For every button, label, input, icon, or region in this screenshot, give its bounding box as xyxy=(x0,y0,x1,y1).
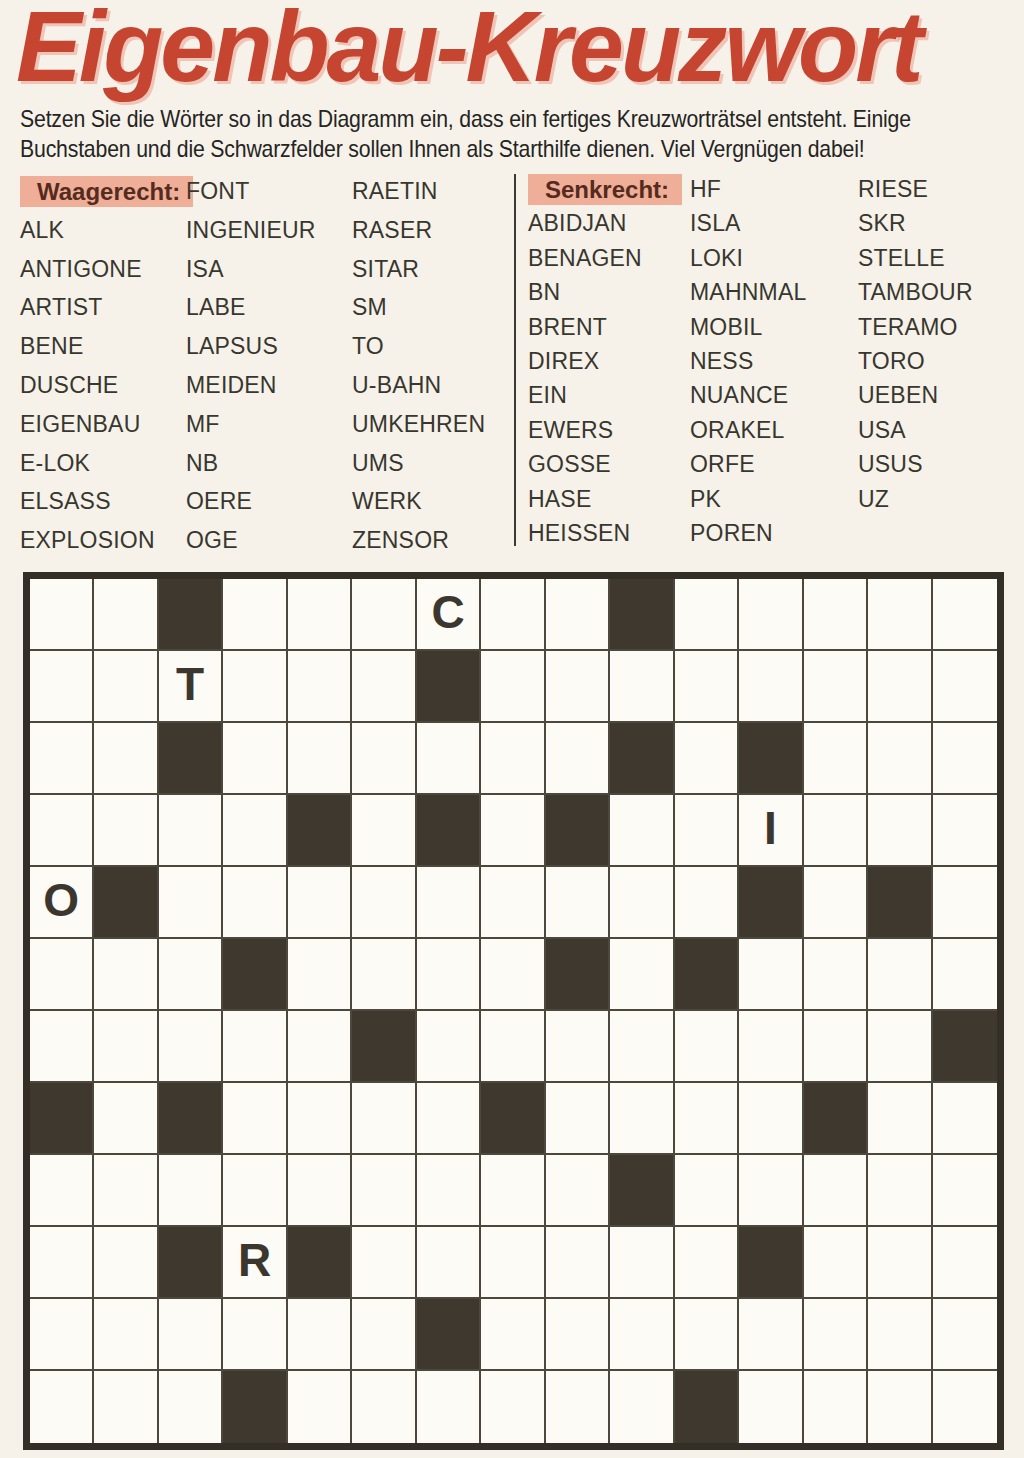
list-section-divider xyxy=(514,174,516,546)
empty-cell[interactable] xyxy=(94,579,158,651)
empty-cell[interactable] xyxy=(868,1083,932,1155)
word-item: TAMBOUR xyxy=(858,275,1020,309)
empty-cell[interactable] xyxy=(675,723,739,795)
black-cell xyxy=(739,1227,803,1299)
empty-cell[interactable] xyxy=(675,1083,739,1155)
given-letter: O xyxy=(43,873,79,927)
empty-cell[interactable] xyxy=(223,1155,287,1227)
empty-cell[interactable] xyxy=(159,1299,223,1371)
word-item: WERK xyxy=(352,482,514,521)
empty-cell[interactable] xyxy=(30,723,94,795)
word-item: BENAGEN xyxy=(528,241,690,275)
black-cell xyxy=(739,723,803,795)
empty-cell[interactable] xyxy=(546,1299,610,1371)
empty-cell[interactable] xyxy=(417,1155,481,1227)
empty-cell[interactable] xyxy=(417,939,481,1011)
empty-cell[interactable] xyxy=(30,939,94,1011)
given-letter: C xyxy=(431,585,464,639)
word-item: OERE xyxy=(186,482,348,521)
empty-cell[interactable] xyxy=(610,795,674,867)
empty-cell[interactable] xyxy=(610,1371,674,1443)
word-item: RAETIN xyxy=(352,172,514,211)
empty-cell[interactable] xyxy=(610,651,674,723)
black-cell xyxy=(159,579,223,651)
crossword-grid: CTIOR xyxy=(23,572,1004,1450)
empty-cell[interactable] xyxy=(546,1083,610,1155)
empty-cell[interactable] xyxy=(223,1011,287,1083)
empty-cell[interactable] xyxy=(546,867,610,939)
empty-cell[interactable] xyxy=(288,1011,352,1083)
black-cell xyxy=(481,1083,545,1155)
across-column-2: FONTINGENIEURISALABELAPSUSMEIDENMFNBOERE… xyxy=(186,172,348,560)
empty-cell[interactable] xyxy=(352,1083,416,1155)
given-letter-cell[interactable]: R xyxy=(223,1227,287,1299)
empty-cell[interactable] xyxy=(804,579,868,651)
down-column-2: HFISLALOKIMAHNMALMOBILNESSNUANCEORAKELOR… xyxy=(690,172,852,550)
empty-cell[interactable] xyxy=(481,1227,545,1299)
empty-cell[interactable] xyxy=(30,1227,94,1299)
given-letter-cell[interactable]: T xyxy=(159,651,223,723)
empty-cell[interactable] xyxy=(868,1227,932,1299)
word-item: LOKI xyxy=(690,241,852,275)
empty-cell[interactable] xyxy=(30,1011,94,1083)
word-item: NUANCE xyxy=(690,378,852,412)
given-letter: I xyxy=(764,801,777,855)
empty-cell[interactable] xyxy=(868,939,932,1011)
empty-cell[interactable] xyxy=(804,1371,868,1443)
empty-cell[interactable] xyxy=(288,939,352,1011)
black-cell xyxy=(159,723,223,795)
black-cell xyxy=(417,795,481,867)
empty-cell[interactable] xyxy=(481,651,545,723)
empty-cell[interactable] xyxy=(352,867,416,939)
word-item: UZ xyxy=(858,482,1020,516)
empty-cell[interactable] xyxy=(868,651,932,723)
word-item: ZENSOR xyxy=(352,521,514,560)
empty-cell[interactable] xyxy=(804,1155,868,1227)
empty-cell[interactable] xyxy=(675,651,739,723)
page-title: Eigenbau-Kreuzwort xyxy=(16,0,920,98)
black-cell xyxy=(804,1083,868,1155)
empty-cell[interactable] xyxy=(94,939,158,1011)
empty-cell[interactable] xyxy=(933,939,997,1011)
word-item: BN xyxy=(528,275,690,309)
across-column-1: Waagerecht: ALKANTIGONEARTISTBENEDUSCHEE… xyxy=(20,172,182,560)
word-item: SITAR xyxy=(352,250,514,289)
word-item: LABE xyxy=(186,288,348,327)
word-list-column: FONTINGENIEURISALABELAPSUSMEIDENMFNBOERE… xyxy=(186,172,348,560)
empty-cell[interactable] xyxy=(223,723,287,795)
empty-cell[interactable] xyxy=(675,1011,739,1083)
empty-cell[interactable] xyxy=(417,723,481,795)
empty-cell[interactable] xyxy=(288,651,352,723)
empty-cell[interactable] xyxy=(288,867,352,939)
empty-cell[interactable] xyxy=(675,1227,739,1299)
black-cell xyxy=(288,1227,352,1299)
empty-cell[interactable] xyxy=(675,1299,739,1371)
empty-cell[interactable] xyxy=(481,1371,545,1443)
word-item: ANTIGONE xyxy=(20,250,182,289)
down-column-1: Senkrecht: ABIDJANBENAGENBNBRENTDIREXEIN… xyxy=(528,172,690,550)
empty-cell[interactable] xyxy=(546,651,610,723)
word-item: TORO xyxy=(858,344,1020,378)
word-item: ALK xyxy=(20,211,182,250)
empty-cell[interactable] xyxy=(417,1371,481,1443)
empty-cell[interactable] xyxy=(546,1371,610,1443)
empty-cell[interactable] xyxy=(610,939,674,1011)
empty-cell[interactable] xyxy=(288,579,352,651)
empty-cell[interactable] xyxy=(417,1227,481,1299)
empty-cell[interactable] xyxy=(610,1227,674,1299)
word-item: MAHNMAL xyxy=(690,275,852,309)
empty-cell[interactable] xyxy=(481,1155,545,1227)
empty-cell[interactable] xyxy=(30,795,94,867)
empty-cell[interactable] xyxy=(223,867,287,939)
black-cell xyxy=(352,1011,416,1083)
empty-cell[interactable] xyxy=(417,867,481,939)
word-item: MF xyxy=(186,405,348,444)
empty-cell[interactable] xyxy=(159,1371,223,1443)
given-letter: R xyxy=(238,1233,271,1287)
word-item: UEBEN xyxy=(858,378,1020,412)
empty-cell[interactable] xyxy=(288,1155,352,1227)
word-item: STELLE xyxy=(858,241,1020,275)
word-item: HEISSEN xyxy=(528,516,690,550)
empty-cell[interactable] xyxy=(675,1155,739,1227)
word-list-column: ALKANTIGONEARTISTBENEDUSCHEEIGENBAUE-LOK… xyxy=(20,211,182,560)
empty-cell[interactable] xyxy=(804,867,868,939)
empty-cell[interactable] xyxy=(159,795,223,867)
empty-cell[interactable] xyxy=(481,867,545,939)
empty-cell[interactable] xyxy=(223,579,287,651)
empty-cell[interactable] xyxy=(675,795,739,867)
empty-cell[interactable] xyxy=(610,1083,674,1155)
word-item: MOBIL xyxy=(690,310,852,344)
across-column-3: RAETINRASERSITARSMTOU-BAHNUMKEHRENUMSWER… xyxy=(352,172,514,560)
word-lists: Waagerecht: ALKANTIGONEARTISTBENEDUSCHEE… xyxy=(20,172,1010,552)
word-item: UMS xyxy=(352,444,514,483)
empty-cell[interactable] xyxy=(739,651,803,723)
empty-cell[interactable] xyxy=(610,867,674,939)
black-cell xyxy=(159,1227,223,1299)
empty-cell[interactable] xyxy=(94,1371,158,1443)
empty-cell[interactable] xyxy=(481,579,545,651)
empty-cell[interactable] xyxy=(94,1299,158,1371)
word-item: OGE xyxy=(186,521,348,560)
black-cell xyxy=(868,867,932,939)
empty-cell[interactable] xyxy=(739,1083,803,1155)
empty-cell[interactable] xyxy=(352,723,416,795)
given-letter: T xyxy=(176,657,204,711)
given-letter-cell[interactable]: O xyxy=(30,867,94,939)
empty-cell[interactable] xyxy=(933,579,997,651)
empty-cell[interactable] xyxy=(94,651,158,723)
empty-cell[interactable] xyxy=(481,723,545,795)
empty-cell[interactable] xyxy=(352,651,416,723)
word-item: ORAKEL xyxy=(690,413,852,447)
empty-cell[interactable] xyxy=(30,1155,94,1227)
empty-cell[interactable] xyxy=(804,723,868,795)
word-item: DUSCHE xyxy=(20,366,182,405)
empty-cell[interactable] xyxy=(739,579,803,651)
word-item: U-BAHN xyxy=(352,366,514,405)
black-cell xyxy=(610,579,674,651)
empty-cell[interactable] xyxy=(481,795,545,867)
empty-cell[interactable] xyxy=(30,1299,94,1371)
black-cell xyxy=(288,795,352,867)
word-item: E-LOK xyxy=(20,444,182,483)
black-cell xyxy=(675,939,739,1011)
word-list-column: RAETINRASERSITARSMTOU-BAHNUMKEHRENUMSWER… xyxy=(352,172,514,560)
empty-cell[interactable] xyxy=(159,1011,223,1083)
empty-cell[interactable] xyxy=(675,579,739,651)
empty-cell[interactable] xyxy=(933,1299,997,1371)
word-item: ORFE xyxy=(690,447,852,481)
empty-cell[interactable] xyxy=(804,1227,868,1299)
given-letter-cell[interactable]: I xyxy=(739,795,803,867)
empty-cell[interactable] xyxy=(739,1371,803,1443)
word-item: USA xyxy=(858,413,1020,447)
word-item: TERAMO xyxy=(858,310,1020,344)
word-list-column: HFISLALOKIMAHNMALMOBILNESSNUANCEORAKELOR… xyxy=(690,172,852,550)
empty-cell[interactable] xyxy=(481,1299,545,1371)
empty-cell[interactable] xyxy=(546,1155,610,1227)
empty-cell[interactable] xyxy=(352,1299,416,1371)
empty-cell[interactable] xyxy=(94,795,158,867)
black-cell xyxy=(675,1371,739,1443)
empty-cell[interactable] xyxy=(288,1299,352,1371)
given-letter-cell[interactable]: C xyxy=(417,579,481,651)
down-header-row: Senkrecht: xyxy=(528,172,690,206)
empty-cell[interactable] xyxy=(868,1155,932,1227)
empty-cell[interactable] xyxy=(94,723,158,795)
empty-cell[interactable] xyxy=(546,1011,610,1083)
empty-cell[interactable] xyxy=(352,1155,416,1227)
empty-cell[interactable] xyxy=(933,795,997,867)
down-label: Senkrecht: xyxy=(528,174,682,205)
empty-cell[interactable] xyxy=(739,939,803,1011)
black-cell xyxy=(610,723,674,795)
black-cell xyxy=(933,1011,997,1083)
word-item: ELSASS xyxy=(20,482,182,521)
black-cell xyxy=(223,1371,287,1443)
black-cell xyxy=(546,795,610,867)
word-item: HF xyxy=(690,172,852,206)
empty-cell[interactable] xyxy=(933,1227,997,1299)
empty-cell[interactable] xyxy=(223,1299,287,1371)
empty-cell[interactable] xyxy=(739,1299,803,1371)
empty-cell[interactable] xyxy=(352,579,416,651)
empty-cell[interactable] xyxy=(933,651,997,723)
black-cell xyxy=(30,1083,94,1155)
empty-cell[interactable] xyxy=(94,1011,158,1083)
empty-cell[interactable] xyxy=(481,939,545,1011)
empty-cell[interactable] xyxy=(159,939,223,1011)
empty-cell[interactable] xyxy=(546,1227,610,1299)
black-cell xyxy=(417,651,481,723)
word-item: TO xyxy=(352,327,514,366)
empty-cell[interactable] xyxy=(94,1227,158,1299)
empty-cell[interactable] xyxy=(868,579,932,651)
empty-cell[interactable] xyxy=(610,1011,674,1083)
empty-cell[interactable] xyxy=(94,1083,158,1155)
black-cell xyxy=(417,1299,481,1371)
empty-cell[interactable] xyxy=(417,1083,481,1155)
empty-cell[interactable] xyxy=(288,1083,352,1155)
empty-cell[interactable] xyxy=(417,1011,481,1083)
down-column-3: RIESESKRSTELLETAMBOURTERAMOTOROUEBENUSAU… xyxy=(858,172,1020,516)
empty-cell[interactable] xyxy=(933,1083,997,1155)
black-cell xyxy=(610,1155,674,1227)
empty-cell[interactable] xyxy=(30,579,94,651)
empty-cell[interactable] xyxy=(933,1155,997,1227)
word-item: EXPLOSION xyxy=(20,521,182,560)
empty-cell[interactable] xyxy=(30,651,94,723)
word-item: PK xyxy=(690,482,852,516)
word-item: EWERS xyxy=(528,413,690,447)
empty-cell[interactable] xyxy=(933,867,997,939)
empty-cell[interactable] xyxy=(352,795,416,867)
empty-cell[interactable] xyxy=(675,867,739,939)
across-header-row: Waagerecht: xyxy=(20,172,182,211)
word-item: BRENT xyxy=(528,310,690,344)
empty-cell[interactable] xyxy=(94,1155,158,1227)
word-list-column: ABIDJANBENAGENBNBRENTDIREXEINEWERSGOSSEH… xyxy=(528,206,690,550)
word-item: ISA xyxy=(186,250,348,289)
empty-cell[interactable] xyxy=(868,1371,932,1443)
across-label: Waagerecht: xyxy=(20,176,193,207)
empty-cell[interactable] xyxy=(868,1011,932,1083)
empty-cell[interactable] xyxy=(288,723,352,795)
empty-cell[interactable] xyxy=(868,795,932,867)
word-item: ARTIST xyxy=(20,288,182,327)
empty-cell[interactable] xyxy=(223,651,287,723)
word-item: RASER xyxy=(352,211,514,250)
black-cell xyxy=(94,867,158,939)
empty-cell[interactable] xyxy=(868,723,932,795)
empty-cell[interactable] xyxy=(30,1371,94,1443)
word-item: SKR xyxy=(858,206,1020,240)
word-item: USUS xyxy=(858,447,1020,481)
word-item: MEIDEN xyxy=(186,366,348,405)
word-item: RIESE xyxy=(858,172,1020,206)
word-item: BENE xyxy=(20,327,182,366)
empty-cell[interactable] xyxy=(288,1371,352,1443)
word-item: ABIDJAN xyxy=(528,206,690,240)
empty-cell[interactable] xyxy=(804,939,868,1011)
empty-cell[interactable] xyxy=(159,867,223,939)
empty-cell[interactable] xyxy=(804,651,868,723)
word-list-column: RIESESKRSTELLETAMBOURTERAMOTOROUEBENUSAU… xyxy=(858,172,1020,516)
word-item: POREN xyxy=(690,516,852,550)
empty-cell[interactable] xyxy=(933,723,997,795)
instructions: Setzen Sie die Wörter so in das Diagramm… xyxy=(20,104,1011,164)
empty-cell[interactable] xyxy=(546,723,610,795)
empty-cell[interactable] xyxy=(933,1371,997,1443)
empty-cell[interactable] xyxy=(223,795,287,867)
black-cell xyxy=(159,1083,223,1155)
empty-cell[interactable] xyxy=(804,795,868,867)
word-item: INGENIEUR xyxy=(186,211,348,250)
empty-cell[interactable] xyxy=(610,1299,674,1371)
empty-cell[interactable] xyxy=(223,1083,287,1155)
empty-cell[interactable] xyxy=(804,1299,868,1371)
empty-cell[interactable] xyxy=(481,1011,545,1083)
word-item: NB xyxy=(186,444,348,483)
word-item: LAPSUS xyxy=(186,327,348,366)
black-cell xyxy=(546,939,610,1011)
word-item: DIREX xyxy=(528,344,690,378)
empty-cell[interactable] xyxy=(352,1227,416,1299)
word-item: ISLA xyxy=(690,206,852,240)
word-item: NESS xyxy=(690,344,852,378)
empty-cell[interactable] xyxy=(352,939,416,1011)
word-item: EIN xyxy=(528,378,690,412)
page: Eigenbau-Kreuzwort Setzen Sie die Wörter… xyxy=(0,0,1024,1458)
word-item: UMKEHREN xyxy=(352,405,514,444)
word-item: FONT xyxy=(186,172,348,211)
empty-cell[interactable] xyxy=(352,1371,416,1443)
word-item: HASE xyxy=(528,482,690,516)
word-item: EIGENBAU xyxy=(20,405,182,444)
word-item: GOSSE xyxy=(528,447,690,481)
word-item: SM xyxy=(352,288,514,327)
empty-cell[interactable] xyxy=(804,1011,868,1083)
empty-cell[interactable] xyxy=(739,1011,803,1083)
black-cell xyxy=(739,867,803,939)
black-cell xyxy=(223,939,287,1011)
empty-cell[interactable] xyxy=(868,1299,932,1371)
empty-cell[interactable] xyxy=(546,579,610,651)
empty-cell[interactable] xyxy=(159,1155,223,1227)
empty-cell[interactable] xyxy=(739,1155,803,1227)
